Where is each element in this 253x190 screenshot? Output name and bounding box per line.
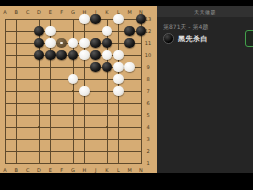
black-stone-J13: [90, 14, 101, 25]
white-stone-L13: [113, 14, 124, 25]
white-stone-L8: [113, 74, 124, 85]
black-stone-K11: [102, 38, 113, 49]
action-button[interactable]: [245, 30, 253, 47]
white-stone-G11: [68, 38, 79, 49]
black-stone-G10: [68, 50, 79, 61]
black-stone-J10: [90, 50, 101, 61]
black-stone-F10: [56, 50, 67, 61]
app-window: AABBCCDDEEFFGGHHJJKKLLMMNN13121110987654…: [0, 0, 253, 190]
panel-header-bar: 天天做题: [157, 6, 253, 17]
task-label: 黑先杀白: [178, 34, 208, 44]
puzzle-day-label: 第871天 - 第4题: [163, 23, 208, 32]
white-stone-H7: [79, 86, 90, 97]
black-stone-D11: [34, 38, 45, 49]
black-stone-N12: [136, 26, 147, 37]
white-stone-K12: [102, 26, 113, 37]
black-stone-D12: [34, 26, 45, 37]
white-stone-M9: [124, 62, 135, 73]
black-stone-M12: [124, 26, 135, 37]
white-stone-L7: [113, 86, 124, 97]
black-stone-N13: [136, 14, 147, 25]
task-row: 黑先杀白: [163, 33, 208, 44]
side-panel: 天天做题 第871天 - 第4题 黑先杀白: [157, 6, 253, 173]
black-stone-D10: [34, 50, 45, 61]
black-stone-J11: [90, 38, 101, 49]
white-stone-E11: [45, 38, 56, 49]
white-stone-G8: [68, 74, 79, 85]
panel-title: 天天做题: [194, 9, 216, 15]
white-stone-E12: [45, 26, 56, 37]
white-stone-H13: [79, 14, 90, 25]
bottom-letterbox-bar: [0, 173, 253, 190]
go-board[interactable]: AABBCCDDEEFFGGHHJJKKLLMMNN13121110987654…: [0, 6, 157, 173]
white-stone-K10: [102, 50, 113, 61]
white-stone-L10: [113, 50, 124, 61]
black-stone-K9: [102, 62, 113, 73]
stones-layer: [0, 13, 147, 169]
preview-stone-F11[interactable]: [56, 38, 67, 49]
black-stone-J9: [90, 62, 101, 73]
white-stone-L9: [113, 62, 124, 73]
black-stone-icon: [163, 33, 174, 44]
white-stone-H10: [79, 50, 90, 61]
black-stone-E10: [45, 50, 56, 61]
black-stone-M11: [124, 38, 135, 49]
white-stone-H11: [79, 38, 90, 49]
